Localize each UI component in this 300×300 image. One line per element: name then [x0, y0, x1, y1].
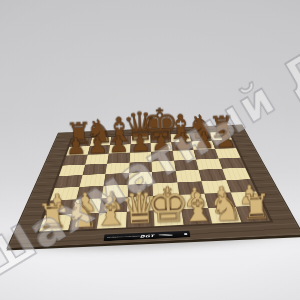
label-right-mark-icon	[184, 233, 187, 235]
photo-stage: ♜♞♝♛♚♝♞♜♟♟♟♟♟♟♟♟♟♟♟♟♟♟♟♟♜♞♝♛♚♝♞♜ Non Ele…	[0, 0, 300, 300]
dgt-label: Non Electronic Chess Board DGT	[104, 231, 191, 241]
chess-board: ♜♞♝♛♚♝♞♜♟♟♟♟♟♟♟♟♟♟♟♟♟♟♟♟♜♞♝♛♚♝♞♜ Non Ele…	[6, 124, 300, 248]
square-f1: ♝	[181, 208, 212, 225]
square-e3	[153, 182, 179, 196]
square-d1: ♛	[126, 210, 155, 227]
square-f3	[177, 181, 205, 195]
square-h1: ♜	[235, 205, 269, 222]
square-d3	[127, 183, 153, 197]
label-fine-print	[159, 234, 173, 236]
square-f2: ♟	[179, 194, 208, 209]
square-b2: ♟	[72, 198, 101, 214]
square-c3	[102, 184, 128, 198]
square-e1: ♚	[154, 209, 184, 226]
square-h2: ♟	[230, 191, 262, 206]
square-h3	[226, 179, 256, 193]
square-b1: ♞	[68, 213, 99, 230]
label-product-text: Non Electronic Chess Board	[107, 236, 118, 238]
dgt-brand-logo: DGT	[140, 233, 154, 238]
square-d2: ♟	[127, 196, 154, 211]
square-c2: ♟	[99, 197, 127, 212]
square-e2: ♟	[153, 195, 181, 210]
square-c4	[104, 173, 129, 186]
board-grid: ♜♞♝♛♚♝♞♜♟♟♟♟♟♟♟♟♟♟♟♟♟♟♟♟♜♞♝♛♚♝♞♜	[39, 132, 270, 232]
square-c1: ♝	[97, 211, 127, 228]
board-scene: ♜♞♝♛♚♝♞♜♟♟♟♟♟♟♟♟♟♟♟♟♟♟♟♟♜♞♝♛♚♝♞♜ Non Ele…	[0, 0, 300, 300]
